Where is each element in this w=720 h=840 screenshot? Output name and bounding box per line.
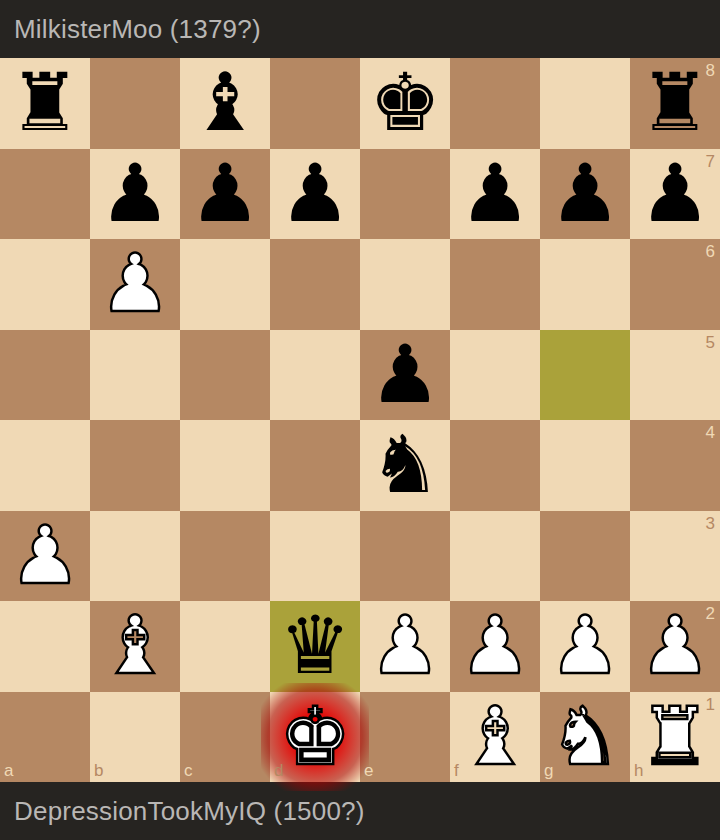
piece-black-bishop[interactable]: ♝ bbox=[189, 58, 261, 148]
square-a4[interactable] bbox=[0, 420, 90, 511]
square-b1[interactable]: b bbox=[90, 692, 180, 783]
chess-board[interactable]: ♜♝♚♜8♟♟♟♟♟♟7♟6♟5♞4♟3♝♛♟♟♟♟2abc♚de♝f♞g♜h1 bbox=[0, 58, 720, 782]
square-f4[interactable] bbox=[450, 420, 540, 511]
coord-rank-3: 3 bbox=[706, 515, 715, 532]
square-a8[interactable]: ♜ bbox=[0, 58, 90, 149]
square-b3[interactable] bbox=[90, 511, 180, 602]
piece-black-pawn[interactable]: ♟ bbox=[279, 149, 351, 239]
piece-black-rook[interactable]: ♜ bbox=[639, 58, 711, 148]
square-d5[interactable] bbox=[270, 330, 360, 421]
piece-white-knight[interactable]: ♞ bbox=[549, 692, 621, 782]
square-e7[interactable] bbox=[360, 149, 450, 240]
piece-black-pawn[interactable]: ♟ bbox=[189, 149, 261, 239]
player-bar-bottom: DepressionTookMyIQ (1500?) bbox=[0, 782, 720, 840]
piece-white-king[interactable]: ♚ bbox=[279, 692, 351, 782]
player-bar-top: MilkisterMoo (1379?) bbox=[0, 0, 720, 58]
square-h7[interactable]: ♟7 bbox=[630, 149, 720, 240]
square-b5[interactable] bbox=[90, 330, 180, 421]
square-e5[interactable]: ♟ bbox=[360, 330, 450, 421]
square-g6[interactable] bbox=[540, 239, 630, 330]
square-f8[interactable] bbox=[450, 58, 540, 149]
square-h3[interactable]: 3 bbox=[630, 511, 720, 602]
coord-rank-5: 5 bbox=[706, 334, 715, 351]
square-a5[interactable] bbox=[0, 330, 90, 421]
piece-white-pawn[interactable]: ♟ bbox=[9, 511, 81, 601]
square-d2[interactable]: ♛ bbox=[270, 601, 360, 692]
square-a1[interactable]: a bbox=[0, 692, 90, 783]
square-h5[interactable]: 5 bbox=[630, 330, 720, 421]
coord-file-e: e bbox=[364, 762, 373, 779]
square-f5[interactable] bbox=[450, 330, 540, 421]
piece-white-pawn[interactable]: ♟ bbox=[639, 601, 711, 691]
square-b2[interactable]: ♝ bbox=[90, 601, 180, 692]
square-e4[interactable]: ♞ bbox=[360, 420, 450, 511]
square-d6[interactable] bbox=[270, 239, 360, 330]
player-name-bottom: DepressionTookMyIQ (1500?) bbox=[14, 796, 365, 827]
square-c2[interactable] bbox=[180, 601, 270, 692]
square-g5[interactable] bbox=[540, 330, 630, 421]
coord-file-c: c bbox=[184, 762, 193, 779]
square-b6[interactable]: ♟ bbox=[90, 239, 180, 330]
square-b4[interactable] bbox=[90, 420, 180, 511]
square-h1[interactable]: ♜h1 bbox=[630, 692, 720, 783]
square-f7[interactable]: ♟ bbox=[450, 149, 540, 240]
coord-rank-6: 6 bbox=[706, 243, 715, 260]
square-f1[interactable]: ♝f bbox=[450, 692, 540, 783]
coord-rank-4: 4 bbox=[706, 424, 715, 441]
square-b8[interactable] bbox=[90, 58, 180, 149]
square-c7[interactable]: ♟ bbox=[180, 149, 270, 240]
square-d7[interactable]: ♟ bbox=[270, 149, 360, 240]
square-a6[interactable] bbox=[0, 239, 90, 330]
piece-white-pawn[interactable]: ♟ bbox=[99, 239, 171, 329]
square-e8[interactable]: ♚ bbox=[360, 58, 450, 149]
piece-black-pawn[interactable]: ♟ bbox=[99, 149, 171, 239]
piece-black-queen[interactable]: ♛ bbox=[279, 601, 351, 691]
square-e1[interactable]: e bbox=[360, 692, 450, 783]
square-e2[interactable]: ♟ bbox=[360, 601, 450, 692]
piece-white-pawn[interactable]: ♟ bbox=[459, 601, 531, 691]
square-h8[interactable]: ♜8 bbox=[630, 58, 720, 149]
square-g2[interactable]: ♟ bbox=[540, 601, 630, 692]
square-a3[interactable]: ♟ bbox=[0, 511, 90, 602]
square-e6[interactable] bbox=[360, 239, 450, 330]
square-c5[interactable] bbox=[180, 330, 270, 421]
square-e3[interactable] bbox=[360, 511, 450, 602]
square-g4[interactable] bbox=[540, 420, 630, 511]
square-c1[interactable]: c bbox=[180, 692, 270, 783]
square-f2[interactable]: ♟ bbox=[450, 601, 540, 692]
piece-white-bishop[interactable]: ♝ bbox=[99, 601, 171, 691]
square-d8[interactable] bbox=[270, 58, 360, 149]
square-c4[interactable] bbox=[180, 420, 270, 511]
piece-black-rook[interactable]: ♜ bbox=[9, 58, 81, 148]
coord-file-a: a bbox=[4, 762, 13, 779]
square-c6[interactable] bbox=[180, 239, 270, 330]
square-c8[interactable]: ♝ bbox=[180, 58, 270, 149]
square-a2[interactable] bbox=[0, 601, 90, 692]
piece-white-rook[interactable]: ♜ bbox=[639, 692, 711, 782]
square-g3[interactable] bbox=[540, 511, 630, 602]
square-g8[interactable] bbox=[540, 58, 630, 149]
square-h4[interactable]: 4 bbox=[630, 420, 720, 511]
square-h6[interactable]: 6 bbox=[630, 239, 720, 330]
square-c3[interactable] bbox=[180, 511, 270, 602]
square-f6[interactable] bbox=[450, 239, 540, 330]
coord-file-f: f bbox=[454, 762, 459, 779]
piece-black-pawn[interactable]: ♟ bbox=[639, 149, 711, 239]
square-h2[interactable]: ♟2 bbox=[630, 601, 720, 692]
square-d4[interactable] bbox=[270, 420, 360, 511]
square-d1[interactable]: ♚d bbox=[270, 692, 360, 783]
piece-black-pawn[interactable]: ♟ bbox=[369, 330, 441, 420]
piece-white-pawn[interactable]: ♟ bbox=[549, 601, 621, 691]
square-a7[interactable] bbox=[0, 149, 90, 240]
square-b7[interactable]: ♟ bbox=[90, 149, 180, 240]
square-g1[interactable]: ♞g bbox=[540, 692, 630, 783]
piece-black-knight[interactable]: ♞ bbox=[369, 420, 441, 510]
piece-black-pawn[interactable]: ♟ bbox=[459, 149, 531, 239]
piece-white-bishop[interactable]: ♝ bbox=[459, 692, 531, 782]
piece-black-pawn[interactable]: ♟ bbox=[549, 149, 621, 239]
square-d3[interactable] bbox=[270, 511, 360, 602]
coord-file-b: b bbox=[94, 762, 103, 779]
game-screen: MilkisterMoo (1379?) ♜♝♚♜8♟♟♟♟♟♟7♟6♟5♞4♟… bbox=[0, 0, 720, 840]
piece-black-king[interactable]: ♚ bbox=[369, 58, 441, 148]
square-f3[interactable] bbox=[450, 511, 540, 602]
square-g7[interactable]: ♟ bbox=[540, 149, 630, 240]
piece-white-pawn[interactable]: ♟ bbox=[369, 601, 441, 691]
player-name-top: MilkisterMoo (1379?) bbox=[14, 14, 261, 45]
